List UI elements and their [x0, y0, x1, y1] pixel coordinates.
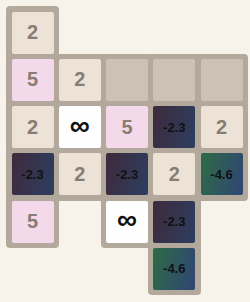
tile-5-r1c0[interactable]: 5 [12, 59, 54, 101]
tile-2-r1c1[interactable]: 2 [59, 59, 101, 101]
tile-infinity-r4c2[interactable]: ∞ [106, 201, 148, 243]
game-board: 2522∞5-2.32-2.32-2.32-4.65∞-2.3-4.6 [0, 0, 250, 302]
tile-2-r3c1[interactable]: 2 [59, 153, 101, 195]
tile-infinity-r2c1[interactable]: ∞ [59, 106, 101, 148]
tile--2.3-r3c2[interactable]: -2.3 [106, 153, 148, 195]
tile--2.3-r4c3[interactable]: -2.3 [153, 201, 195, 243]
empty-cell-r1c3 [153, 59, 195, 101]
tile--4.6-r3c4[interactable]: -4.6 [201, 153, 243, 195]
empty-cell-r1c4 [201, 59, 243, 101]
tile--2.3-r2c3[interactable]: -2.3 [153, 106, 195, 148]
tile-2-r0c0[interactable]: 2 [12, 12, 54, 54]
tile--4.6-r5c3[interactable]: -4.6 [153, 248, 195, 290]
tile-2-r3c3[interactable]: 2 [153, 153, 195, 195]
tile-5-r2c2[interactable]: 5 [106, 106, 148, 148]
tile--2.3-r3c0[interactable]: -2.3 [12, 153, 54, 195]
tile-5-r4c0[interactable]: 5 [12, 201, 54, 243]
tile-2-r2c0[interactable]: 2 [12, 106, 54, 148]
empty-cell-r1c2 [106, 59, 148, 101]
tile-2-r2c4[interactable]: 2 [201, 106, 243, 148]
